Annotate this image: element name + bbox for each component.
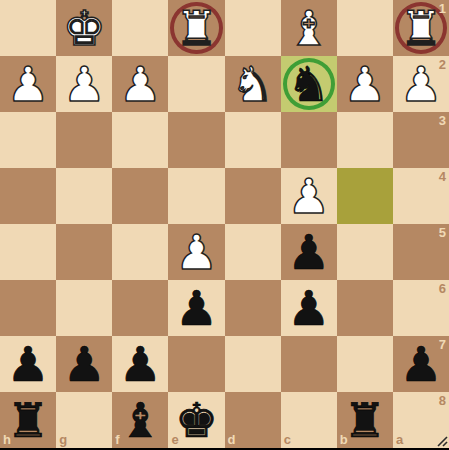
- white-bishop[interactable]: ♝: [287, 4, 330, 52]
- square-g4[interactable]: [56, 168, 112, 224]
- square-e8[interactable]: ♚e: [168, 392, 224, 448]
- square-a3[interactable]: 3: [393, 112, 449, 168]
- file-label-c: c: [284, 433, 291, 446]
- white-pawn[interactable]: ♟: [343, 60, 386, 108]
- square-e6[interactable]: ♟: [168, 280, 224, 336]
- square-e5[interactable]: ♟: [168, 224, 224, 280]
- black-rook[interactable]: ♜: [343, 396, 386, 444]
- black-pawn[interactable]: ♟: [175, 284, 218, 332]
- square-f3[interactable]: [112, 112, 168, 168]
- square-f5[interactable]: [112, 224, 168, 280]
- square-g2[interactable]: ♟: [56, 56, 112, 112]
- white-rook[interactable]: ♜: [399, 4, 442, 52]
- white-pawn[interactable]: ♟: [7, 60, 50, 108]
- black-king[interactable]: ♚: [175, 396, 218, 444]
- square-d2[interactable]: ♞: [225, 56, 281, 112]
- square-b8[interactable]: ♜b: [337, 392, 393, 448]
- square-h7[interactable]: ♟: [0, 336, 56, 392]
- square-a1[interactable]: ♜1: [393, 0, 449, 56]
- square-g6[interactable]: [56, 280, 112, 336]
- square-c5[interactable]: ♟: [281, 224, 337, 280]
- square-g3[interactable]: [56, 112, 112, 168]
- square-a7[interactable]: ♟7: [393, 336, 449, 392]
- square-h3[interactable]: [0, 112, 56, 168]
- rank-label-3: 3: [439, 114, 446, 127]
- square-d3[interactable]: [225, 112, 281, 168]
- square-g1[interactable]: ♚: [56, 0, 112, 56]
- square-c8[interactable]: c: [281, 392, 337, 448]
- black-knight[interactable]: ♞: [287, 60, 330, 108]
- black-pawn[interactable]: ♟: [7, 340, 50, 388]
- square-b2[interactable]: ♟: [337, 56, 393, 112]
- square-b1[interactable]: [337, 0, 393, 56]
- black-bishop[interactable]: ♝: [119, 396, 162, 444]
- square-h5[interactable]: [0, 224, 56, 280]
- square-h6[interactable]: [0, 280, 56, 336]
- square-e7[interactable]: [168, 336, 224, 392]
- square-c4[interactable]: ♟: [281, 168, 337, 224]
- rank-label-4: 4: [439, 170, 446, 183]
- black-rook[interactable]: ♜: [7, 396, 50, 444]
- square-d6[interactable]: [225, 280, 281, 336]
- square-e1[interactable]: ♜: [168, 0, 224, 56]
- square-a5[interactable]: 5: [393, 224, 449, 280]
- square-c7[interactable]: [281, 336, 337, 392]
- square-h8[interactable]: ♜h: [0, 392, 56, 448]
- square-e3[interactable]: [168, 112, 224, 168]
- white-pawn[interactable]: ♟: [175, 228, 218, 276]
- square-h4[interactable]: [0, 168, 56, 224]
- square-a2[interactable]: ♟2: [393, 56, 449, 112]
- file-label-b: b: [340, 433, 348, 446]
- square-f4[interactable]: [112, 168, 168, 224]
- file-label-a: a: [396, 433, 403, 446]
- square-c1[interactable]: ♝: [281, 0, 337, 56]
- square-f2[interactable]: ♟: [112, 56, 168, 112]
- square-f6[interactable]: [112, 280, 168, 336]
- black-pawn[interactable]: ♟: [287, 228, 330, 276]
- rank-label-1: 1: [439, 2, 446, 15]
- resize-handle-icon[interactable]: [434, 433, 448, 447]
- white-pawn[interactable]: ♟: [63, 60, 106, 108]
- square-h1[interactable]: [0, 0, 56, 56]
- file-label-f: f: [115, 433, 119, 446]
- square-d4[interactable]: [225, 168, 281, 224]
- square-d8[interactable]: d: [225, 392, 281, 448]
- square-c2[interactable]: ♞: [281, 56, 337, 112]
- rank-label-5: 5: [439, 226, 446, 239]
- square-e4[interactable]: [168, 168, 224, 224]
- square-b3[interactable]: [337, 112, 393, 168]
- square-a4[interactable]: 4: [393, 168, 449, 224]
- white-pawn[interactable]: ♟: [287, 172, 330, 220]
- file-label-d: d: [228, 433, 236, 446]
- square-d1[interactable]: [225, 0, 281, 56]
- white-king[interactable]: ♚: [63, 4, 106, 52]
- square-c6[interactable]: ♟: [281, 280, 337, 336]
- square-f7[interactable]: ♟: [112, 336, 168, 392]
- white-pawn[interactable]: ♟: [119, 60, 162, 108]
- black-pawn[interactable]: ♟: [399, 340, 442, 388]
- square-g5[interactable]: [56, 224, 112, 280]
- square-h2[interactable]: ♟: [0, 56, 56, 112]
- square-b6[interactable]: [337, 280, 393, 336]
- rank-label-2: 2: [439, 58, 446, 71]
- black-pawn[interactable]: ♟: [63, 340, 106, 388]
- rank-label-8: 8: [439, 394, 446, 407]
- square-g7[interactable]: ♟: [56, 336, 112, 392]
- square-d7[interactable]: [225, 336, 281, 392]
- square-e2[interactable]: [168, 56, 224, 112]
- square-a6[interactable]: 6: [393, 280, 449, 336]
- square-b4[interactable]: [337, 168, 393, 224]
- white-rook[interactable]: ♜: [175, 4, 218, 52]
- rank-label-7: 7: [439, 338, 446, 351]
- board-squares[interactable]: ♚♜♝♜1♟♟♟♞♞♟♟23♟4♟♟5♟♟6♟♟♟♟7♜hg♝f♚edc♜b8a: [0, 0, 449, 448]
- square-c3[interactable]: [281, 112, 337, 168]
- file-label-e: e: [171, 433, 178, 446]
- chess-board: ♚♜♝♜1♟♟♟♞♞♟♟23♟4♟♟5♟♟6♟♟♟♟7♜hg♝f♚edc♜b8a: [0, 0, 449, 450]
- square-d5[interactable]: [225, 224, 281, 280]
- square-b5[interactable]: [337, 224, 393, 280]
- file-label-g: g: [59, 433, 67, 446]
- square-f8[interactable]: ♝f: [112, 392, 168, 448]
- black-pawn[interactable]: ♟: [119, 340, 162, 388]
- square-f1[interactable]: [112, 0, 168, 56]
- black-pawn[interactable]: ♟: [287, 284, 330, 332]
- white-knight[interactable]: ♞: [231, 60, 274, 108]
- square-b7[interactable]: [337, 336, 393, 392]
- file-label-h: h: [3, 433, 11, 446]
- rank-label-6: 6: [439, 282, 446, 295]
- square-g8[interactable]: g: [56, 392, 112, 448]
- white-pawn[interactable]: ♟: [399, 60, 442, 108]
